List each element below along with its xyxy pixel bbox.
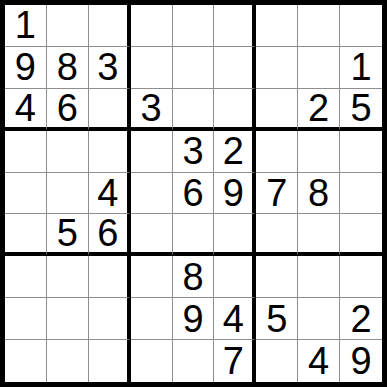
sudoku-cell-r6c7[interactable]	[256, 214, 298, 256]
sudoku-cell-r9c1[interactable]	[5, 340, 47, 382]
sudoku-cell-r5c8[interactable]: 8	[298, 173, 340, 215]
sudoku-cell-r7c6[interactable]	[214, 256, 256, 298]
sudoku-cell-r6c8[interactable]	[298, 214, 340, 256]
sudoku-cell-r6c3[interactable]: 6	[89, 214, 131, 256]
sudoku-cell-r7c2[interactable]	[47, 256, 89, 298]
sudoku-cell-r1c8[interactable]	[298, 5, 340, 47]
sudoku-cell-r5c7[interactable]: 7	[256, 173, 298, 215]
sudoku-cell-r3c4[interactable]: 3	[131, 89, 173, 131]
sudoku-cell-r3c7[interactable]	[256, 89, 298, 131]
sudoku-cell-r1c7[interactable]	[256, 5, 298, 47]
sudoku-cell-r1c4[interactable]	[131, 5, 173, 47]
sudoku-cell-r5c6[interactable]: 9	[214, 173, 256, 215]
sudoku-cell-r1c1[interactable]: 1	[5, 5, 47, 47]
sudoku-cell-r6c2[interactable]: 5	[47, 214, 89, 256]
sudoku-cell-r4c7[interactable]	[256, 131, 298, 173]
sudoku-cell-r3c9[interactable]: 5	[340, 89, 382, 131]
sudoku-cell-r5c2[interactable]	[47, 173, 89, 215]
sudoku-cell-r2c8[interactable]	[298, 47, 340, 89]
sudoku-cell-r4c6[interactable]: 2	[214, 131, 256, 173]
sudoku-cell-r9c5[interactable]	[173, 340, 215, 382]
sudoku-cell-r8c2[interactable]	[47, 298, 89, 340]
sudoku-cell-r7c7[interactable]	[256, 256, 298, 298]
sudoku-cell-r9c3[interactable]	[89, 340, 131, 382]
sudoku-cell-r8c1[interactable]	[5, 298, 47, 340]
sudoku-cell-r3c8[interactable]: 2	[298, 89, 340, 131]
sudoku-cell-r8c6[interactable]: 4	[214, 298, 256, 340]
sudoku-cell-r8c5[interactable]: 9	[173, 298, 215, 340]
sudoku-cell-r7c3[interactable]	[89, 256, 131, 298]
sudoku-cell-r4c4[interactable]	[131, 131, 173, 173]
sudoku-cell-r2c3[interactable]: 3	[89, 47, 131, 89]
sudoku-cell-r6c6[interactable]	[214, 214, 256, 256]
sudoku-cell-r4c3[interactable]	[89, 131, 131, 173]
sudoku-cell-r4c5[interactable]: 3	[173, 131, 215, 173]
sudoku-cell-r8c8[interactable]	[298, 298, 340, 340]
sudoku-cell-r1c2[interactable]	[47, 5, 89, 47]
sudoku-cell-r9c4[interactable]	[131, 340, 173, 382]
sudoku-cell-r2c4[interactable]	[131, 47, 173, 89]
sudoku-cell-r2c2[interactable]: 8	[47, 47, 89, 89]
sudoku-cell-r2c6[interactable]	[214, 47, 256, 89]
sudoku-cell-r8c4[interactable]	[131, 298, 173, 340]
sudoku-cell-r3c2[interactable]: 6	[47, 89, 89, 131]
sudoku-cell-r9c7[interactable]	[256, 340, 298, 382]
sudoku-cell-r1c5[interactable]	[173, 5, 215, 47]
sudoku-cell-r9c9[interactable]: 9	[340, 340, 382, 382]
sudoku-cell-r1c9[interactable]	[340, 5, 382, 47]
sudoku-cell-r6c5[interactable]	[173, 214, 215, 256]
sudoku-cell-r7c1[interactable]	[5, 256, 47, 298]
sudoku-cell-r9c8[interactable]: 4	[298, 340, 340, 382]
sudoku-cell-r6c4[interactable]	[131, 214, 173, 256]
sudoku-cell-r7c8[interactable]	[298, 256, 340, 298]
sudoku-cell-r4c2[interactable]	[47, 131, 89, 173]
sudoku-cell-r4c9[interactable]	[340, 131, 382, 173]
sudoku-cell-r7c5[interactable]: 8	[173, 256, 215, 298]
sudoku-cell-r8c3[interactable]	[89, 298, 131, 340]
sudoku-cell-r4c1[interactable]	[5, 131, 47, 173]
sudoku-cell-r9c6[interactable]: 7	[214, 340, 256, 382]
sudoku-cell-r7c4[interactable]	[131, 256, 173, 298]
sudoku-cell-r5c5[interactable]: 6	[173, 173, 215, 215]
sudoku-cell-r7c9[interactable]	[340, 256, 382, 298]
sudoku-cell-r6c9[interactable]	[340, 214, 382, 256]
sudoku-cell-r2c9[interactable]: 1	[340, 47, 382, 89]
sudoku-cell-r5c3[interactable]: 4	[89, 173, 131, 215]
sudoku-cell-r3c3[interactable]	[89, 89, 131, 131]
sudoku-cell-r5c1[interactable]	[5, 173, 47, 215]
sudoku-cell-r2c7[interactable]	[256, 47, 298, 89]
sudoku-board: 198314632532469785689452749	[0, 0, 387, 387]
sudoku-cell-r3c1[interactable]: 4	[5, 89, 47, 131]
sudoku-cell-r3c6[interactable]	[214, 89, 256, 131]
sudoku-cell-r8c9[interactable]: 2	[340, 298, 382, 340]
sudoku-cell-r3c5[interactable]	[173, 89, 215, 131]
sudoku-cell-r5c9[interactable]	[340, 173, 382, 215]
sudoku-cell-r1c3[interactable]	[89, 5, 131, 47]
sudoku-cell-r2c5[interactable]	[173, 47, 215, 89]
sudoku-cell-r8c7[interactable]: 5	[256, 298, 298, 340]
sudoku-cell-r4c8[interactable]	[298, 131, 340, 173]
sudoku-cell-r9c2[interactable]	[47, 340, 89, 382]
sudoku-cell-r6c1[interactable]	[5, 214, 47, 256]
sudoku-cell-r2c1[interactable]: 9	[5, 47, 47, 89]
sudoku-cell-r5c4[interactable]	[131, 173, 173, 215]
sudoku-cell-r1c6[interactable]	[214, 5, 256, 47]
